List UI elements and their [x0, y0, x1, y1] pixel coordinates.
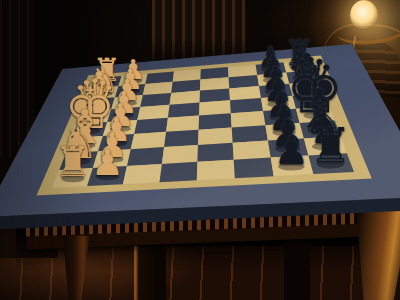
piece-shadow [278, 163, 304, 171]
piece-shadow [101, 156, 124, 163]
piece-shadow [272, 129, 296, 136]
chess-board [0, 0, 400, 300]
piece-shadow [275, 145, 300, 152]
piece-shadow [74, 142, 95, 148]
piece-shadow [110, 126, 131, 132]
piece-shadow [265, 89, 286, 95]
piece-shadow [267, 101, 289, 107]
piece-shadow [263, 77, 283, 83]
piece-shadow [261, 67, 280, 73]
piece-shadow [307, 127, 331, 134]
piece-shadow [290, 64, 310, 70]
piece-shadow [121, 89, 140, 94]
piece-shadow [80, 128, 101, 134]
piece-shadow [124, 78, 142, 83]
piece-shadow [68, 158, 90, 165]
piece-shadow [299, 99, 321, 106]
piece-shadow [114, 112, 134, 118]
piece-shadow [293, 75, 313, 81]
piece-shadow [105, 140, 127, 146]
piece-shadow [98, 80, 116, 85]
piece-shadow [118, 100, 137, 106]
piece-shadow [296, 86, 317, 92]
piece-shadow [94, 91, 112, 96]
piece-shadow [85, 115, 105, 121]
piece-shadow [303, 112, 326, 119]
piece-shadow [270, 114, 293, 121]
piece-shadow [90, 102, 109, 108]
piece-shadow [317, 160, 344, 168]
piece-shadow [61, 175, 84, 182]
piece-shadow [96, 173, 120, 180]
room-scene: ♜♟♟♜♞♟♟♞♝♟♟♝♛♟♟♛♚♟♟♚♝♟♟♝♞♟♟♞♜♟♟♜ [0, 0, 400, 300]
board-light-overlay [0, 44, 400, 217]
piece-shadow [312, 143, 338, 151]
